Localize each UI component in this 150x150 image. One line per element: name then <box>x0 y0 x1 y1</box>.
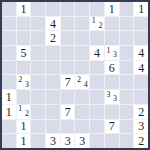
cell-r6c0: 1 <box>2 90 16 104</box>
clue-number: 3 <box>75 134 89 148</box>
clue-number: 7 <box>61 105 75 119</box>
cell-r2c1[interactable] <box>17 31 31 45</box>
clue-number: 3 <box>106 91 110 99</box>
cell-r8c9: 3 <box>134 120 148 134</box>
clue-number: 4 <box>90 46 104 60</box>
cell-r2c9[interactable] <box>134 31 148 45</box>
clue-number: 2 <box>25 110 29 118</box>
cell-r7c0: 1 <box>2 105 16 119</box>
clue-number: 7 <box>61 75 75 89</box>
clue-number: 3 <box>25 81 29 89</box>
cell-r9c3: 3 <box>46 134 60 148</box>
cell-r3c2[interactable] <box>31 46 45 60</box>
cell-r8c0[interactable] <box>2 120 16 134</box>
cell-r4c6[interactable] <box>90 61 104 75</box>
clue-number: 1 <box>134 2 148 16</box>
cell-r5c2[interactable] <box>31 75 45 89</box>
cell-r2c7[interactable] <box>105 31 119 45</box>
cell-r4c2[interactable] <box>31 61 45 75</box>
cell-r9c2[interactable] <box>31 134 45 148</box>
cell-r8c8[interactable] <box>120 120 134 134</box>
clue-number: 2 <box>18 76 22 84</box>
clue-number: 1 <box>17 120 31 134</box>
cell-r8c1: 1 <box>17 120 31 134</box>
cell-r0c4[interactable] <box>61 2 75 16</box>
clue-number: 4 <box>134 46 148 60</box>
cell-r3c8[interactable] <box>120 46 134 60</box>
cell-r0c9: 1 <box>134 2 148 16</box>
cell-r9c6[interactable] <box>90 134 104 148</box>
cell-r3c9: 4 <box>134 46 148 60</box>
clue-number: 1 <box>105 2 119 16</box>
cell-r7c5[interactable] <box>75 105 89 119</box>
cell-r4c4[interactable] <box>61 61 75 75</box>
cell-r7c8[interactable] <box>120 105 134 119</box>
cell-r9c0[interactable] <box>2 134 16 148</box>
cell-r5c4: 7 <box>61 75 75 89</box>
cell-r0c3[interactable] <box>46 2 60 16</box>
cell-r0c8[interactable] <box>120 2 134 16</box>
cell-r9c5: 3 <box>75 134 89 148</box>
cell-r3c6: 4 <box>90 46 104 60</box>
cell-r7c9: 2 <box>134 105 148 119</box>
clue-number: 5 <box>17 46 31 60</box>
cell-r0c5[interactable] <box>75 2 89 16</box>
cell-r7c1: 12 <box>17 105 31 119</box>
cell-r6c6[interactable] <box>90 90 104 104</box>
cell-r6c7: 33 <box>105 90 119 104</box>
cell-r5c3[interactable] <box>46 75 60 89</box>
clue-number: 4 <box>84 81 88 89</box>
tapa-board: 11141225413464237241331127217313332 <box>0 0 150 150</box>
clue-number: 1 <box>17 134 31 148</box>
clue-number: 1 <box>2 105 16 119</box>
cell-r9c4: 3 <box>61 134 75 148</box>
cell-r4c1[interactable] <box>17 61 31 75</box>
cell-r2c2[interactable] <box>31 31 45 45</box>
cell-r9c7[interactable] <box>105 134 119 148</box>
cell-r6c8[interactable] <box>120 90 134 104</box>
cell-r1c6: 12 <box>90 17 104 31</box>
cell-r5c7[interactable] <box>105 75 119 89</box>
cell-r7c7[interactable] <box>105 105 119 119</box>
cell-r4c5[interactable] <box>75 61 89 75</box>
cell-r3c4[interactable] <box>61 46 75 60</box>
cell-r2c4[interactable] <box>61 31 75 45</box>
cell-r8c4[interactable] <box>61 120 75 134</box>
cell-r4c7: 6 <box>105 61 119 75</box>
cell-r3c0[interactable] <box>2 46 16 60</box>
clue-number: 1 <box>18 105 22 113</box>
cell-r5c6[interactable] <box>90 75 104 89</box>
cell-r7c4: 7 <box>61 105 75 119</box>
clue-number: 1 <box>106 47 110 55</box>
clue-number: 7 <box>105 120 119 134</box>
clue-number: 2 <box>77 76 81 84</box>
cell-r0c0[interactable] <box>2 2 16 16</box>
cell-r4c0[interactable] <box>2 61 16 75</box>
cell-r9c1: 1 <box>17 134 31 148</box>
clue-number: 3 <box>134 120 148 134</box>
cell-r1c1[interactable] <box>17 17 31 31</box>
cell-r0c7: 1 <box>105 2 119 16</box>
cell-r6c2[interactable] <box>31 90 45 104</box>
clue-number: 3 <box>61 134 75 148</box>
cell-r5c9[interactable] <box>134 75 148 89</box>
cell-r2c3: 2 <box>46 31 60 45</box>
cell-r1c9[interactable] <box>134 17 148 31</box>
cell-r2c6[interactable] <box>90 31 104 45</box>
clue-number: 1 <box>2 90 16 104</box>
cell-r1c5[interactable] <box>75 17 89 31</box>
cell-r8c6[interactable] <box>90 120 104 134</box>
clue-number: 2 <box>134 105 148 119</box>
cell-r2c5[interactable] <box>75 31 89 45</box>
cell-r1c0[interactable] <box>2 17 16 31</box>
cell-r1c8[interactable] <box>120 17 134 31</box>
cell-r0c1: 1 <box>17 2 31 16</box>
clue-number: 3 <box>113 95 117 103</box>
cell-r6c3[interactable] <box>46 90 60 104</box>
cell-r1c2[interactable] <box>31 17 45 31</box>
cell-r6c5[interactable] <box>75 90 89 104</box>
cell-r8c2[interactable] <box>31 120 45 134</box>
cell-r4c3[interactable] <box>46 61 60 75</box>
cell-r3c1: 5 <box>17 46 31 60</box>
cell-r7c2[interactable] <box>31 105 45 119</box>
cell-r7c6[interactable] <box>90 105 104 119</box>
clue-number: 1 <box>17 2 31 16</box>
clue-number: 1 <box>92 17 96 25</box>
cell-r1c4[interactable] <box>61 17 75 31</box>
clue-number: 2 <box>46 31 60 45</box>
cell-r6c4[interactable] <box>61 90 75 104</box>
cell-r7c3[interactable] <box>46 105 60 119</box>
clue-number: 3 <box>113 51 117 59</box>
cell-r0c6[interactable] <box>90 2 104 16</box>
cell-r5c1: 23 <box>17 75 31 89</box>
cell-r6c9[interactable] <box>134 90 148 104</box>
cell-r5c0[interactable] <box>2 75 16 89</box>
cell-r5c5: 24 <box>75 75 89 89</box>
cell-r9c8[interactable] <box>120 134 134 148</box>
cell-r5c8[interactable] <box>120 75 134 89</box>
cell-r9c9: 2 <box>134 134 148 148</box>
clue-number: 4 <box>46 17 60 31</box>
cell-r0c2[interactable] <box>31 2 45 16</box>
cell-r8c3[interactable] <box>46 120 60 134</box>
cell-r2c0[interactable] <box>2 31 16 45</box>
cell-r8c7: 7 <box>105 120 119 134</box>
cell-r4c8[interactable] <box>120 61 134 75</box>
cell-r6c1[interactable] <box>17 90 31 104</box>
clue-number: 4 <box>134 61 148 75</box>
cell-r1c3: 4 <box>46 17 60 31</box>
cell-r3c7: 13 <box>105 46 119 60</box>
cell-r3c5[interactable] <box>75 46 89 60</box>
cell-r4c9: 4 <box>134 61 148 75</box>
clue-number: 6 <box>105 61 119 75</box>
cell-r1c7[interactable] <box>105 17 119 31</box>
cell-r8c5[interactable] <box>75 120 89 134</box>
clue-number: 3 <box>46 134 60 148</box>
clue-number: 2 <box>98 22 102 30</box>
clue-number: 2 <box>134 134 148 148</box>
cell-r2c8[interactable] <box>120 31 134 45</box>
cell-r3c3[interactable] <box>46 46 60 60</box>
